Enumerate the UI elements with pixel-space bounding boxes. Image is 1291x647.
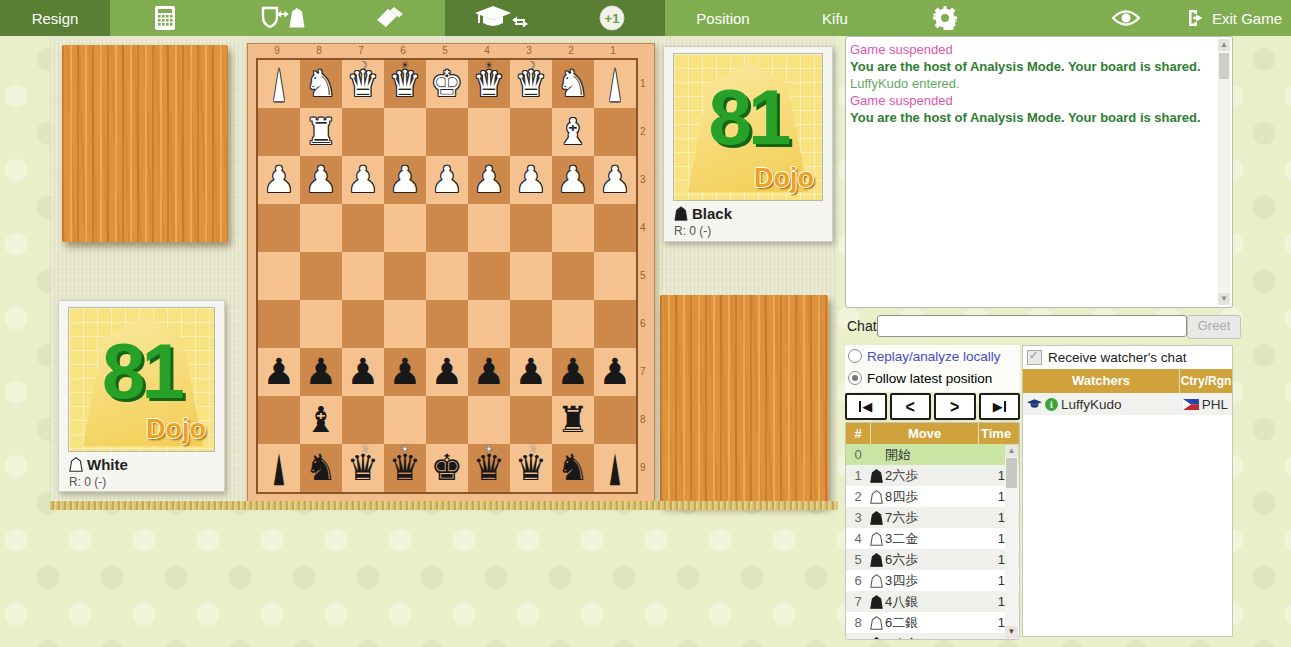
watchers-header: Watchers Ctry/Rgn <box>1023 369 1232 393</box>
move-navigation: ◀ < > ▶ <box>845 393 1020 420</box>
move-text: 3二金 <box>885 530 983 548</box>
watcher-name: LuffyKudo <box>1061 397 1122 412</box>
dojo-logo: 81 Dojo <box>673 53 823 201</box>
square-9-9[interactable]: ▲ <box>258 444 300 492</box>
white-pawn-piece: ♟ <box>468 156 510 204</box>
square-4-6[interactable] <box>468 300 510 348</box>
square-4-5[interactable] <box>468 252 510 300</box>
black-player-name: Black <box>692 205 732 222</box>
resign-button[interactable]: Resign <box>15 0 95 36</box>
move-number: 3 <box>846 510 870 525</box>
square-4-2[interactable] <box>468 108 510 156</box>
square-6-6[interactable] <box>384 300 426 348</box>
move-time: 1 <box>983 531 1005 546</box>
player-card-black: 81 Dojo Black R: 0 (-) <box>663 46 833 242</box>
black-knight-piece: ♞ <box>552 444 594 492</box>
eraser-icon[interactable] <box>368 0 412 36</box>
square-6-4[interactable] <box>384 204 426 252</box>
square-8-3[interactable]: ♟ <box>300 156 342 204</box>
move-row-8[interactable]: 86二銀1 <box>846 612 1019 633</box>
square-6-7[interactable]: ♟ <box>384 348 426 396</box>
kifu-button[interactable]: Kifu <box>800 0 870 36</box>
rank-label-4: 4 <box>640 204 654 252</box>
last-move-button[interactable]: ▶ <box>979 393 1021 420</box>
file-label-4: 4 <box>466 44 508 57</box>
watcher-rows: iLuffyKudoPHL <box>1023 393 1232 415</box>
exit-game-label: Exit Game <box>1212 10 1282 27</box>
square-4-3[interactable]: ♟ <box>468 156 510 204</box>
square-3-1[interactable]: ♛☽ <box>510 60 552 108</box>
black-rook-piece: ♜ <box>552 396 594 444</box>
move-rows: 0開始12六歩128四歩137六歩143二金156六歩163四歩174八銀186… <box>846 444 1019 640</box>
move-row-5[interactable]: 56六歩1 <box>846 549 1019 570</box>
white-gold-piece: ♛☀ <box>384 60 426 108</box>
move-time: 1 <box>983 636 1005 640</box>
square-2-8[interactable]: ♜ <box>552 396 594 444</box>
player-card-white: 81 Dojo White R: 0 (-) <box>58 300 225 492</box>
country-column-header: Ctry/Rgn <box>1180 369 1232 393</box>
move-number: 5 <box>846 552 870 567</box>
move-text: 6六歩 <box>885 551 983 569</box>
square-5-9[interactable]: ♚ <box>426 444 468 492</box>
move-text: 開始 <box>885 446 983 464</box>
log-message: Game suspended <box>850 41 1216 58</box>
plus-one-icon[interactable]: +1 <box>592 0 632 36</box>
rank-label-9: 9 <box>640 444 654 492</box>
teacher-cap-icon <box>1027 399 1042 410</box>
kifu-label: Kifu <box>822 10 848 27</box>
square-7-9[interactable]: ♛☽ <box>342 444 384 492</box>
black-piece-icon <box>674 206 688 221</box>
square-3-7[interactable]: ♟ <box>510 348 552 396</box>
log-message: You are the host of Analysis Mode. Your … <box>850 109 1216 126</box>
square-5-1[interactable]: ♚ <box>426 60 468 108</box>
square-6-3[interactable]: ♟ <box>384 156 426 204</box>
black-silver-piece: ♛☽ <box>510 444 552 492</box>
move-row-3[interactable]: 37六歩1 <box>846 507 1019 528</box>
rank-label-7: 7 <box>640 348 654 396</box>
sente-piece-icon <box>870 511 883 525</box>
follow-latest-radio[interactable]: Follow latest position <box>845 367 1020 389</box>
black-silver-piece: ♛☽ <box>342 444 384 492</box>
square-7-6[interactable] <box>342 300 384 348</box>
game-log-messages: Game suspendedYou are the host of Analys… <box>850 41 1216 303</box>
logo-81: 81 <box>69 316 214 426</box>
receive-watcher-chat-label: Receive watcher's chat <box>1048 350 1186 365</box>
move-row-7[interactable]: 74八銀1 <box>846 591 1019 612</box>
square-8-9[interactable]: ♞ <box>300 444 342 492</box>
square-4-9[interactable]: ♛☀ <box>468 444 510 492</box>
square-1-7[interactable]: ♟ <box>594 348 636 396</box>
square-2-2[interactable]: ♝ <box>552 108 594 156</box>
black-player-rating: R: 0 (-) <box>674 224 832 238</box>
black-pawn-piece: ♟ <box>594 348 636 396</box>
white-player-name: White <box>87 456 128 473</box>
move-row-6[interactable]: 63四歩1 <box>846 570 1019 591</box>
white-pawn-piece: ♟ <box>342 156 384 204</box>
white-piece-icon <box>69 457 83 472</box>
time-header: Time <box>979 423 1019 444</box>
chat-input[interactable] <box>877 315 1187 337</box>
resign-label: Resign <box>32 10 79 27</box>
toolbar: Resign +1 Position Kifu Exit Game <box>0 0 1291 36</box>
square-2-4[interactable] <box>552 204 594 252</box>
black-pawn-piece: ♟ <box>258 348 300 396</box>
move-text: 2六歩 <box>885 467 983 485</box>
watchers-column-header: Watchers <box>1023 369 1180 393</box>
philippines-flag-icon <box>1183 399 1199 410</box>
move-time: 1 <box>983 468 1005 483</box>
black-pawn-piece: ♟ <box>342 348 384 396</box>
move-time: 1 <box>983 510 1005 525</box>
sente-piece-icon <box>870 595 883 609</box>
position-label: Position <box>696 10 749 27</box>
watcher-country: PHL <box>1202 397 1228 412</box>
move-number: 1 <box>846 468 870 483</box>
move-text: 6二銀 <box>885 614 983 632</box>
rank-label-6: 6 <box>640 300 654 348</box>
shogi-board: 987654321 123456789 ▲♞♛☽♛☀♚♛☀♛☽♞▲♜♝♟♟♟♟♟… <box>247 43 655 503</box>
square-7-4[interactable] <box>342 204 384 252</box>
move-number-header: # <box>846 423 871 444</box>
move-list-scrollbar[interactable]: ▲ ▼ <box>1005 445 1018 638</box>
move-row-2[interactable]: 28四歩1 <box>846 486 1019 507</box>
teaching-swap-icon[interactable] <box>470 0 532 36</box>
file-label-7: 7 <box>340 44 382 57</box>
move-number: 2 <box>846 489 870 504</box>
rank-label-5: 5 <box>640 252 654 300</box>
logo-dojo: Dojo <box>146 414 206 445</box>
black-lance-piece: ▲ <box>269 429 290 503</box>
square-9-5[interactable] <box>258 252 300 300</box>
move-time: 1 <box>983 573 1005 588</box>
komadai-black-piece-stand[interactable] <box>660 295 828 505</box>
square-7-8[interactable] <box>342 396 384 444</box>
white-silver-piece: ♛☽ <box>342 60 384 108</box>
move-list-header: # Move Time <box>846 423 1019 444</box>
square-2-6[interactable] <box>552 300 594 348</box>
white-gold-piece: ♛☀ <box>468 60 510 108</box>
info-icon[interactable]: i <box>1045 398 1058 411</box>
square-6-1[interactable]: ♛☀ <box>384 60 426 108</box>
square-3-4[interactable] <box>510 204 552 252</box>
square-8-6[interactable] <box>300 300 342 348</box>
file-label-6: 6 <box>382 44 424 57</box>
log-message: You are the host of Analysis Mode. Your … <box>850 58 1216 75</box>
square-9-3[interactable]: ♟ <box>258 156 300 204</box>
file-label-8: 8 <box>298 44 340 57</box>
square-2-3[interactable]: ♟ <box>552 156 594 204</box>
black-bishop-piece: ♝ <box>300 396 342 444</box>
white-player-rating: R: 0 (-) <box>69 475 224 489</box>
square-5-7[interactable]: ♟ <box>426 348 468 396</box>
white-king-piece: ♚ <box>426 60 468 108</box>
square-1-6[interactable] <box>594 300 636 348</box>
move-text: 8四歩 <box>885 488 983 506</box>
logo-81: 81 <box>674 62 822 172</box>
square-2-1[interactable]: ♞ <box>552 60 594 108</box>
move-number: 9 <box>846 636 870 640</box>
scroll-down-arrow-icon[interactable]: ▼ <box>1005 626 1018 638</box>
rank-label-3: 3 <box>640 156 654 204</box>
move-time: 1 <box>983 489 1005 504</box>
white-pawn-piece: ♟ <box>594 156 636 204</box>
replay-mode-panel: Replay/analyze locally Follow latest pos… <box>845 345 1020 392</box>
rank-label-1: 1 <box>640 60 654 108</box>
square-7-1[interactable]: ♛☽ <box>342 60 384 108</box>
previous-move-button[interactable]: < <box>890 393 932 420</box>
square-5-8[interactable] <box>426 396 468 444</box>
replay-local-radio[interactable]: Replay/analyze locally <box>845 345 1020 367</box>
first-move-button[interactable]: ◀ <box>845 393 887 420</box>
move-time: 1 <box>983 552 1005 567</box>
gote-piece-icon <box>870 490 883 504</box>
square-1-1[interactable]: ▲ <box>594 60 636 108</box>
square-3-5[interactable] <box>510 252 552 300</box>
square-6-9[interactable]: ♛☀ <box>384 444 426 492</box>
black-pawn-piece: ♟ <box>426 348 468 396</box>
square-5-3[interactable]: ♟ <box>426 156 468 204</box>
square-3-9[interactable]: ♛☽ <box>510 444 552 492</box>
square-7-7[interactable]: ♟ <box>342 348 384 396</box>
gote-piece-icon <box>870 532 883 546</box>
white-knight-piece: ♞ <box>300 60 342 108</box>
white-silver-piece: ♛☽ <box>510 60 552 108</box>
white-pawn-piece: ♟ <box>258 156 300 204</box>
black-gold-piece: ♛☀ <box>384 444 426 492</box>
follow-latest-label: Follow latest position <box>867 371 992 386</box>
game-log-panel: Game suspendedYou are the host of Analys… <box>845 36 1233 308</box>
black-pawn-piece: ♟ <box>300 348 342 396</box>
square-4-1[interactable]: ♛☀ <box>468 60 510 108</box>
move-number: 4 <box>846 531 870 546</box>
move-number: 8 <box>846 615 870 630</box>
gold-sun-mark: ☀ <box>384 60 426 71</box>
move-row-0[interactable]: 0開始 <box>846 444 1019 465</box>
move-text: 7六歩 <box>885 509 983 527</box>
file-label-5: 5 <box>424 44 466 57</box>
move-number: 7 <box>846 594 870 609</box>
receive-watcher-chat-checkbox[interactable]: Receive watcher's chat <box>1023 346 1232 369</box>
square-2-5[interactable] <box>552 252 594 300</box>
log-scrollbar[interactable]: ▲ ▼ <box>1218 39 1230 305</box>
square-8-5[interactable] <box>300 252 342 300</box>
move-header: Move <box>871 423 979 444</box>
exit-icon <box>1186 8 1206 28</box>
silver-moon-mark: ☽ <box>342 60 384 71</box>
greet-button[interactable]: Greet <box>1187 315 1241 339</box>
square-3-8[interactable] <box>510 396 552 444</box>
black-lance-piece: ▲ <box>605 429 626 503</box>
move-number: 6 <box>846 573 870 588</box>
silver-moon-mark: ☽ <box>510 60 552 71</box>
gold-sun-mark: ☀ <box>468 444 510 455</box>
rank-coordinates: 123456789 <box>640 60 654 492</box>
square-2-9[interactable]: ♞ <box>552 444 594 492</box>
sente-piece-icon <box>870 553 883 567</box>
square-5-2[interactable] <box>426 108 468 156</box>
black-knight-piece: ♞ <box>300 444 342 492</box>
move-text: 4八銀 <box>885 593 983 611</box>
square-2-7[interactable]: ♟ <box>552 348 594 396</box>
scroll-up-arrow-icon[interactable]: ▲ <box>1218 39 1230 51</box>
next-move-button[interactable]: > <box>934 393 976 420</box>
chat-label: Chat <box>847 318 877 334</box>
square-7-5[interactable] <box>342 252 384 300</box>
sente-piece-icon <box>870 469 883 483</box>
square-6-5[interactable] <box>384 252 426 300</box>
logo-dojo: Dojo <box>754 163 814 194</box>
square-5-4[interactable] <box>426 204 468 252</box>
square-8-4[interactable] <box>300 204 342 252</box>
square-4-4[interactable] <box>468 204 510 252</box>
scroll-up-arrow-icon[interactable]: ▲ <box>1005 445 1018 457</box>
move-text: 7八金 <box>885 635 983 641</box>
exit-game-button[interactable]: Exit Game <box>1182 0 1286 36</box>
square-5-5[interactable] <box>426 252 468 300</box>
white-rook-piece: ♜ <box>300 108 342 156</box>
settings-gear-icon[interactable] <box>925 0 965 36</box>
dojo-logo: 81 Dojo <box>68 307 215 452</box>
silver-moon-mark: ☽ <box>510 444 552 455</box>
square-7-2[interactable] <box>342 108 384 156</box>
watcher-row[interactable]: iLuffyKudoPHL <box>1023 393 1232 415</box>
move-row-1[interactable]: 12六歩1 <box>846 465 1019 486</box>
square-3-2[interactable] <box>510 108 552 156</box>
log-message: Game suspended <box>850 92 1216 109</box>
white-pawn-piece: ♟ <box>426 156 468 204</box>
white-bishop-piece: ♝ <box>552 108 594 156</box>
watchers-panel: Receive watcher's chat Watchers Ctry/Rgn… <box>1022 345 1233 637</box>
square-9-1[interactable]: ▲ <box>258 60 300 108</box>
position-button[interactable]: Position <box>680 0 766 36</box>
black-pawn-piece: ♟ <box>384 348 426 396</box>
file-label-3: 3 <box>508 44 550 57</box>
square-7-3[interactable]: ♟ <box>342 156 384 204</box>
square-9-7[interactable]: ♟ <box>258 348 300 396</box>
tatami-fringe <box>50 501 838 510</box>
sente-piece-icon <box>870 637 883 641</box>
square-8-1[interactable]: ♞ <box>300 60 342 108</box>
move-number: 0 <box>846 447 870 462</box>
square-6-8[interactable] <box>384 396 426 444</box>
calculator-icon[interactable] <box>145 0 185 36</box>
scroll-thumb[interactable] <box>1219 53 1229 79</box>
white-pawn-piece: ♟ <box>552 156 594 204</box>
square-3-6[interactable] <box>510 300 552 348</box>
black-king-piece: ♚ <box>426 444 468 492</box>
move-list-panel: # Move Time 0開始12六歩128四歩137六歩143二金156六歩1… <box>845 422 1020 640</box>
move-time: 1 <box>983 594 1005 609</box>
move-time: 1 <box>983 615 1005 630</box>
silver-moon-mark: ☽ <box>342 444 384 455</box>
move-row-4[interactable]: 43二金1 <box>846 528 1019 549</box>
square-1-9[interactable]: ▲ <box>594 444 636 492</box>
log-message: LuffyKudo entered. <box>850 75 1216 92</box>
square-1-3[interactable]: ♟ <box>594 156 636 204</box>
square-9-2[interactable] <box>258 108 300 156</box>
scroll-down-arrow-icon[interactable]: ▼ <box>1218 293 1230 305</box>
white-pawn-piece: ♟ <box>300 156 342 204</box>
black-gold-piece: ♛☀ <box>468 444 510 492</box>
black-pawn-piece: ♟ <box>468 348 510 396</box>
rank-label-2: 2 <box>640 108 654 156</box>
square-1-5[interactable] <box>594 252 636 300</box>
black-pawn-piece: ♟ <box>510 348 552 396</box>
piece-swap-shield-icon[interactable] <box>255 0 311 36</box>
replay-local-label: Replay/analyze locally <box>867 349 1001 364</box>
radio-icon[interactable] <box>848 349 862 363</box>
move-text: 3四歩 <box>885 572 983 590</box>
gold-sun-mark: ☀ <box>384 444 426 455</box>
square-9-6[interactable] <box>258 300 300 348</box>
square-5-6[interactable] <box>426 300 468 348</box>
gote-piece-icon <box>870 574 883 588</box>
square-1-2[interactable] <box>594 108 636 156</box>
board-grid: ▲♞♛☽♛☀♚♛☀♛☽♞▲♜♝♟♟♟♟♟♟♟♟♟♟♟♟♟♟♟♟♟♟♝♜▲♞♛☽♛… <box>256 58 638 494</box>
rank-label-8: 8 <box>640 396 654 444</box>
white-pawn-piece: ♟ <box>384 156 426 204</box>
square-4-7[interactable]: ♟ <box>468 348 510 396</box>
radio-icon-selected[interactable] <box>848 371 862 385</box>
square-9-4[interactable] <box>258 204 300 252</box>
file-label-2: 2 <box>550 44 592 57</box>
square-6-2[interactable] <box>384 108 426 156</box>
file-coordinates: 987654321 <box>256 44 638 57</box>
square-8-7[interactable]: ♟ <box>300 348 342 396</box>
gote-piece-icon <box>870 616 883 630</box>
svg-text:+1: +1 <box>605 11 620 26</box>
checkbox-icon[interactable] <box>1027 350 1042 365</box>
white-pawn-piece: ♟ <box>510 156 552 204</box>
square-3-3[interactable]: ♟ <box>510 156 552 204</box>
square-8-2[interactable]: ♜ <box>300 108 342 156</box>
square-1-4[interactable] <box>594 204 636 252</box>
square-8-8[interactable]: ♝ <box>300 396 342 444</box>
tatami-play-field: 987654321 123456789 ▲♞♛☽♛☀♚♛☀♛☽♞▲♜♝♟♟♟♟♟… <box>50 36 838 510</box>
spectator-eye-icon[interactable] <box>1105 0 1147 36</box>
square-4-8[interactable] <box>468 396 510 444</box>
scroll-thumb[interactable] <box>1006 458 1017 488</box>
move-row-9[interactable]: 97八金1 <box>846 633 1019 640</box>
komadai-white-piece-stand[interactable] <box>62 45 228 242</box>
black-pawn-piece: ♟ <box>552 348 594 396</box>
gold-sun-mark: ☀ <box>468 60 510 71</box>
white-knight-piece: ♞ <box>552 60 594 108</box>
